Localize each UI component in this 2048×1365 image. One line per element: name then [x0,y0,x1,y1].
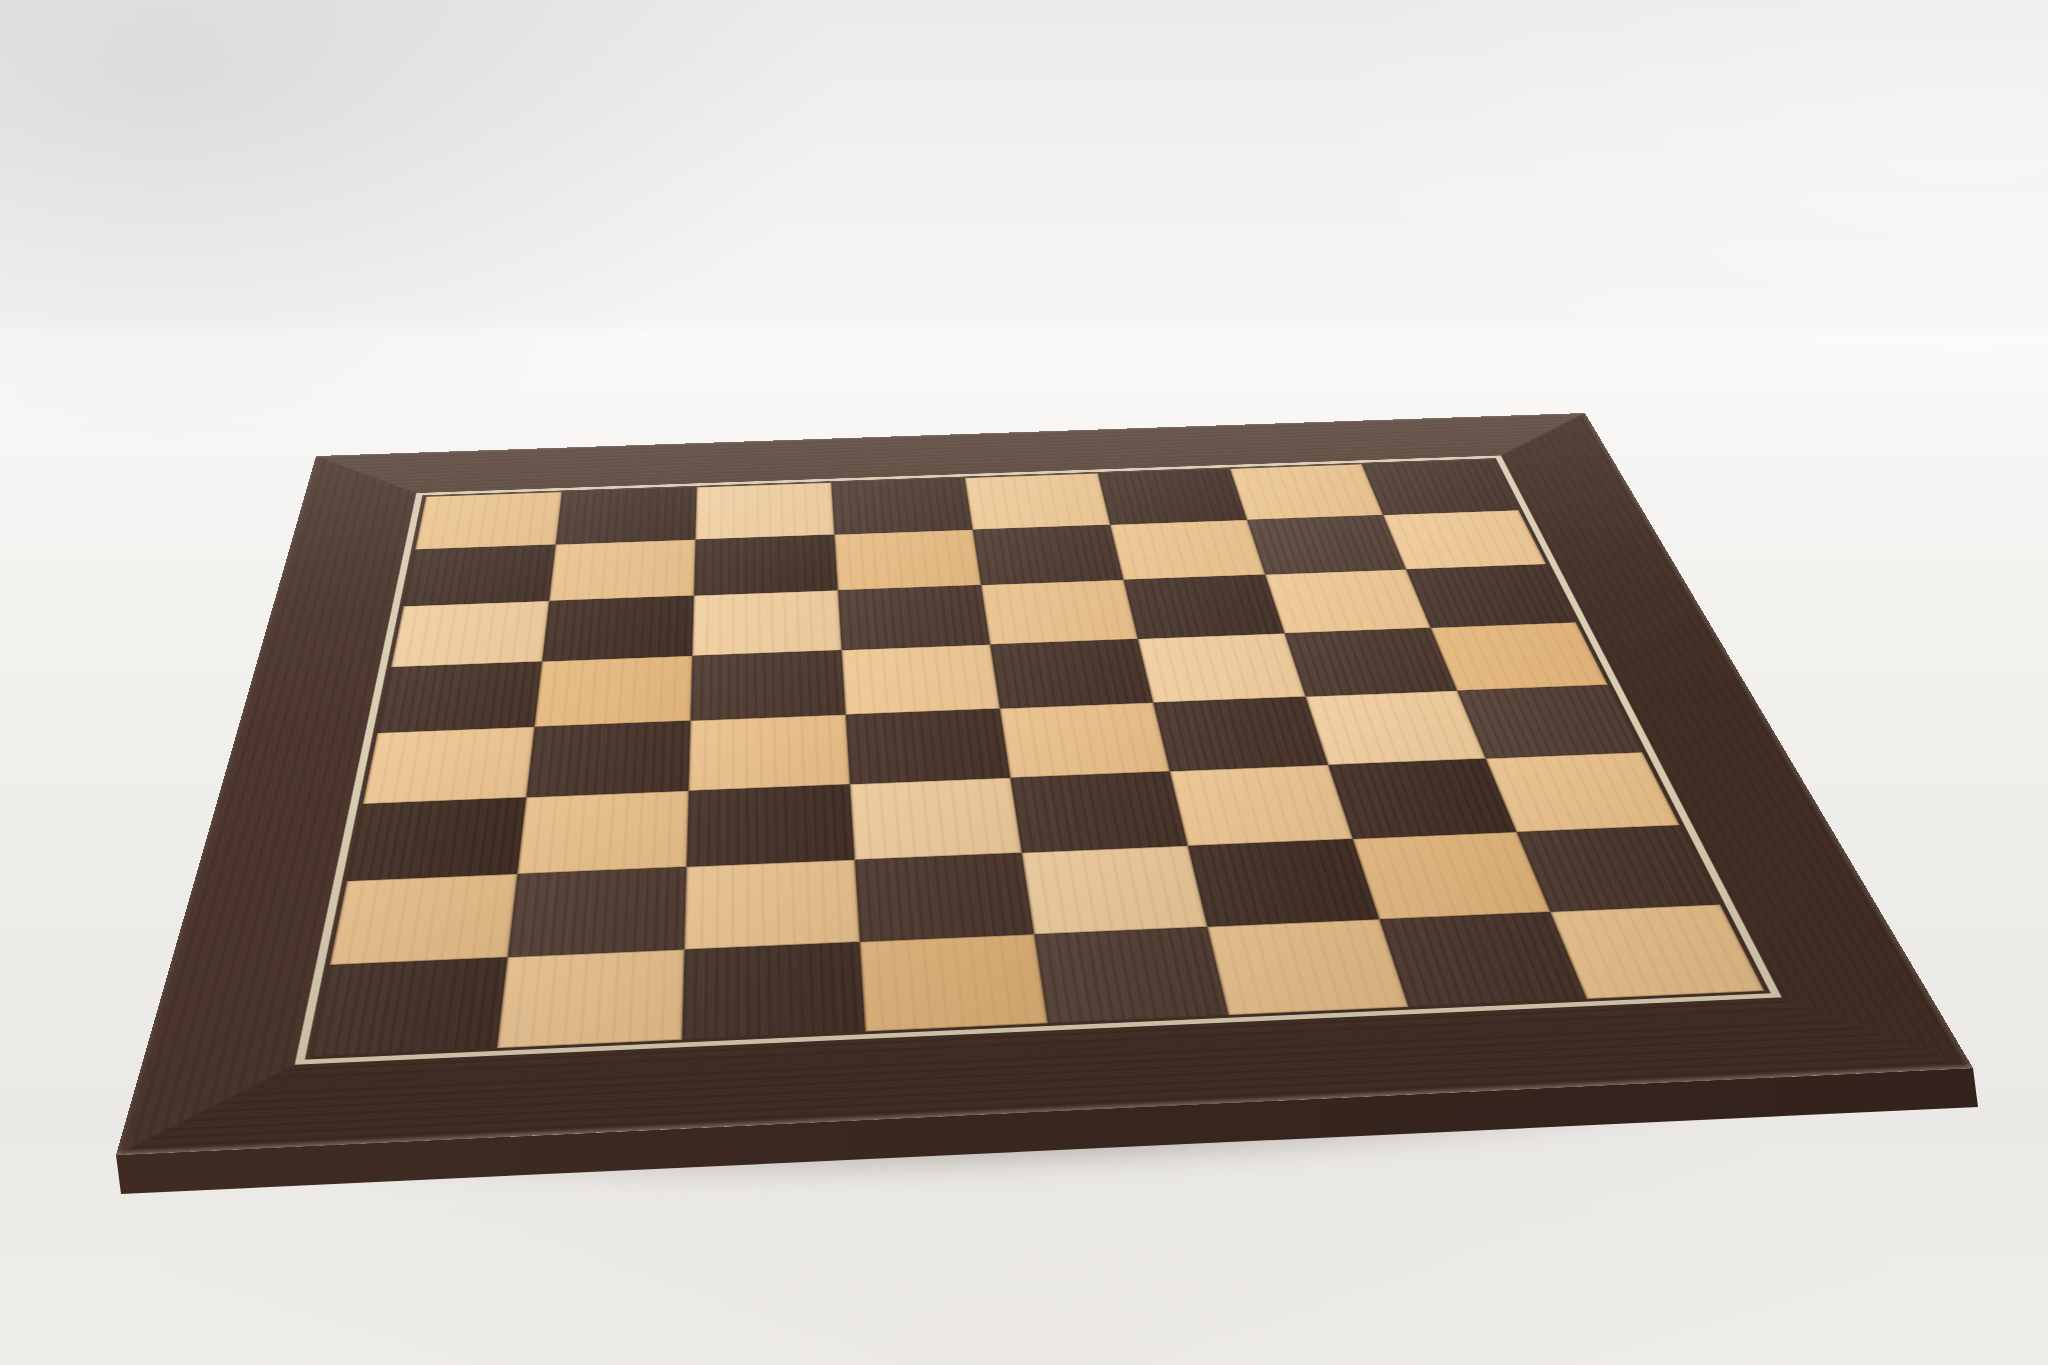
square-f3 [1170,765,1353,846]
square-a8 [415,492,562,550]
square-b1 [497,949,684,1048]
square-a2 [330,874,518,965]
square-b6 [542,596,694,662]
square-c4 [689,715,850,791]
square-a5 [378,661,543,732]
square-e4 [1000,703,1170,778]
square-c7 [694,535,838,596]
square-d4 [846,709,1011,785]
square-d1 [860,934,1048,1031]
square-h8 [1362,460,1519,515]
square-g5 [1285,628,1457,697]
square-d5 [842,645,1000,715]
square-e7 [973,525,1124,585]
square-b7 [549,540,695,601]
square-g8 [1230,464,1383,520]
square-f1 [1207,919,1408,1015]
square-e5 [990,639,1153,709]
square-d6 [838,585,990,650]
square-e2 [1022,846,1208,934]
square-c6 [692,590,841,656]
square-e8 [965,473,1110,529]
square-f4 [1153,697,1328,772]
square-c1 [682,942,866,1040]
square-f7 [1110,520,1265,580]
square-h6 [1406,564,1576,628]
square-f8 [1098,469,1247,525]
square-g3 [1328,759,1516,839]
square-c8 [695,483,834,540]
square-c5 [691,650,846,721]
square-g4 [1306,691,1486,765]
square-a1 [311,957,508,1056]
square-b5 [534,656,692,727]
square-c3 [687,784,855,867]
square-b3 [517,791,688,874]
square-b2 [508,867,687,957]
square-h5 [1431,622,1608,690]
square-f5 [1138,633,1306,702]
square-b8 [556,487,697,544]
square-g6 [1265,569,1430,633]
square-f6 [1123,575,1284,639]
square-e6 [981,580,1138,645]
square-d8 [831,478,972,535]
square-h7 [1383,510,1546,569]
square-c2 [684,860,859,950]
square-g7 [1247,515,1406,575]
square-f2 [1188,839,1380,927]
square-a7 [404,545,556,607]
square-d2 [855,853,1034,942]
square-d3 [850,778,1022,860]
square-b4 [526,721,690,798]
square-a3 [347,797,526,881]
scene [0,0,2048,1365]
square-a6 [391,601,549,667]
square-e3 [1010,771,1187,852]
square-g2 [1353,832,1551,919]
square-a4 [363,727,535,804]
square-e1 [1034,927,1229,1023]
square-d7 [834,530,981,591]
